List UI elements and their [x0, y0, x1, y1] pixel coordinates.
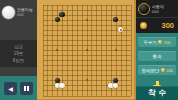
undo-button[interactable]: 무르기 200	[138, 37, 176, 47]
grid-line-horizontal	[43, 55, 131, 56]
play-move-button[interactable]: 착수	[136, 86, 178, 100]
pass-button[interactable]: 통과	[138, 51, 176, 61]
opponent-profile: 인공지능 000	[0, 0, 37, 22]
estimate-label: 형세판단	[141, 68, 159, 73]
game-level: 상급	[0, 43, 37, 50]
pass-label: 통과	[153, 54, 162, 59]
grid-line-vertical	[111, 5, 112, 96]
white-stone-E3	[59, 83, 64, 88]
coin-balance-row: 300	[136, 18, 178, 32]
player-profile: 사용자 000	[136, 0, 178, 18]
grid-line-horizontal	[43, 65, 131, 66]
coin-icon	[161, 68, 165, 72]
white-stone-Q3	[113, 83, 118, 88]
game-info-block: 상급 19로 6집반	[0, 40, 37, 67]
white-stone-R14	[118, 27, 123, 32]
pause-icon	[24, 86, 29, 91]
grid-line-horizontal	[43, 60, 131, 61]
pause-button[interactable]	[20, 82, 33, 95]
undo-label: 무르기	[143, 40, 157, 45]
grid-line-horizontal	[43, 70, 131, 71]
coin-icon	[140, 22, 147, 29]
black-stone-E17	[59, 12, 64, 17]
grid-line-vertical	[126, 5, 127, 96]
grid-line-vertical	[101, 5, 102, 96]
estimate-cost: 200	[166, 68, 173, 73]
black-stone-avatar	[138, 3, 150, 15]
star-point	[86, 19, 88, 21]
grid-line-horizontal	[43, 90, 131, 91]
star-point	[56, 49, 58, 51]
grid-line-horizontal	[43, 75, 131, 76]
grid-line-vertical	[91, 5, 92, 96]
opponent-panel: 인공지능 000 상급 19로 6집반 ◀	[0, 0, 37, 100]
komi-label: 6집반	[0, 57, 37, 64]
coin-icon	[158, 40, 162, 44]
grid-line-horizontal	[43, 96, 131, 97]
last-move-marker	[120, 29, 122, 31]
grid-line-vertical	[96, 5, 97, 96]
player-info-block: 사용자 000 300	[136, 0, 178, 33]
star-point	[115, 49, 117, 51]
bottom-nav: ◀	[0, 76, 37, 100]
board-size-label: 19로	[0, 50, 37, 57]
grid-line-vertical	[131, 5, 132, 96]
grid-line-vertical	[121, 5, 122, 96]
player-panel: 사용자 000 300 무르기 200 통과 형세판단 200 착수	[136, 0, 178, 100]
back-arrow-icon: ◀	[8, 85, 13, 92]
opponent-captures: 000	[17, 12, 33, 17]
white-stone-avatar	[2, 6, 15, 19]
player-captures: 000	[152, 9, 164, 14]
coin-balance: 300	[161, 21, 174, 30]
go-board[interactable]	[37, 0, 136, 100]
black-stone-D16	[55, 17, 60, 22]
estimate-button[interactable]: 형세판단 200	[138, 65, 176, 75]
back-button[interactable]: ◀	[4, 82, 17, 95]
undo-cost: 200	[164, 40, 171, 45]
star-point	[86, 49, 88, 51]
black-stone-Q16	[113, 17, 118, 22]
grid-line-vertical	[106, 5, 107, 96]
